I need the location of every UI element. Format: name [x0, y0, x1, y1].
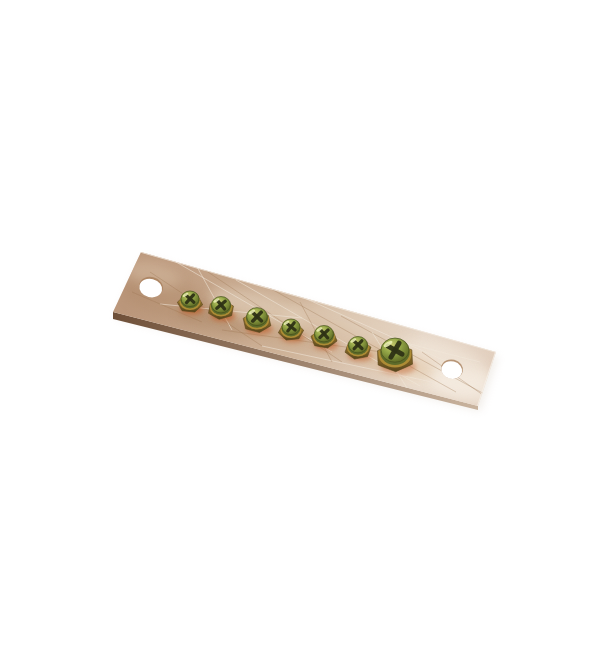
- product-photo: [0, 0, 615, 664]
- grounding-bar-photo: [0, 0, 615, 664]
